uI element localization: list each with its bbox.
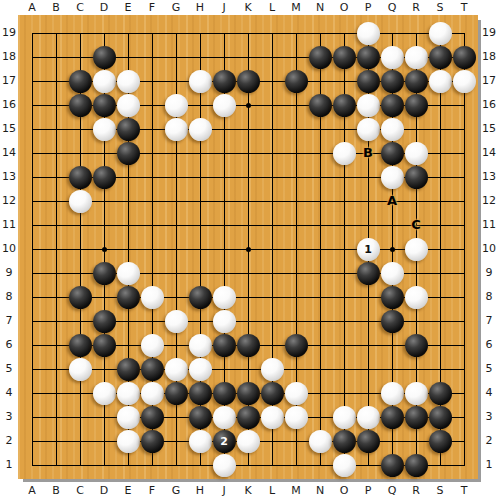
stone-white-N2[interactable] — [309, 430, 332, 453]
stone-white-Q15[interactable] — [381, 118, 404, 141]
col-label-top-M: M — [285, 2, 307, 14]
stone-black-Q3[interactable] — [381, 406, 404, 429]
stone-black-K4[interactable] — [237, 382, 260, 405]
col-label-bottom-B: B — [45, 485, 67, 497]
stone-white-Q4[interactable] — [381, 382, 404, 405]
stone-black-M6[interactable] — [285, 334, 308, 357]
stone-black-L4[interactable] — [261, 382, 284, 405]
row-label-left-15: 15 — [0, 123, 20, 135]
stone-black-J4[interactable] — [213, 382, 236, 405]
row-label-left-7: 7 — [0, 315, 20, 327]
stone-black-D9[interactable] — [93, 262, 116, 285]
stone-white-H5[interactable] — [189, 358, 212, 381]
col-label-top-N: N — [309, 2, 331, 14]
col-label-bottom-Q: Q — [381, 485, 403, 497]
stone-white-E2[interactable] — [117, 430, 140, 453]
row-label-left-13: 13 — [0, 171, 20, 183]
stone-white-S19[interactable] — [429, 22, 452, 45]
col-label-top-S: S — [429, 2, 451, 14]
col-label-bottom-M: M — [285, 485, 307, 497]
stone-white-T17[interactable] — [453, 70, 476, 93]
star-point-D10 — [102, 247, 107, 252]
stone-white-P3[interactable] — [357, 406, 380, 429]
stone-white-L5[interactable] — [261, 358, 284, 381]
row-label-right-16: 16 — [478, 99, 500, 111]
row-label-right-2: 2 — [478, 435, 500, 447]
stone-black-K6[interactable] — [237, 334, 260, 357]
col-label-top-G: G — [165, 2, 187, 14]
stone-black-F2[interactable] — [141, 430, 164, 453]
stone-white-O14[interactable] — [333, 142, 356, 165]
stone-black-C17[interactable] — [69, 70, 92, 93]
row-label-right-9: 9 — [478, 267, 500, 279]
row-label-left-5: 5 — [0, 363, 20, 375]
col-label-top-O: O — [333, 2, 355, 14]
row-label-left-3: 3 — [0, 411, 20, 423]
stone-black-D6[interactable] — [93, 334, 116, 357]
col-label-top-E: E — [117, 2, 139, 14]
stone-white-C12[interactable] — [69, 190, 92, 213]
stone-white-Q9[interactable] — [381, 262, 404, 285]
row-label-right-10: 10 — [478, 243, 500, 255]
stone-black-S2[interactable] — [429, 430, 452, 453]
stone-white-F8[interactable] — [141, 286, 164, 309]
row-label-left-14: 14 — [0, 147, 20, 159]
col-label-bottom-H: H — [189, 485, 211, 497]
stone-black-O2[interactable] — [333, 430, 356, 453]
stone-white-R4[interactable] — [405, 382, 428, 405]
stone-black-Q16[interactable] — [381, 94, 404, 117]
stone-white-Q18[interactable] — [381, 46, 404, 69]
row-label-left-19: 19 — [0, 27, 20, 39]
stone-white-E4[interactable] — [117, 382, 140, 405]
col-label-top-T: T — [453, 2, 475, 14]
stone-white-P10[interactable]: 1 — [357, 238, 380, 261]
row-label-right-6: 6 — [478, 339, 500, 351]
col-label-bottom-S: S — [429, 485, 451, 497]
row-label-right-8: 8 — [478, 291, 500, 303]
board-letter-mark-A: A — [384, 194, 400, 208]
stone-black-Q17[interactable] — [381, 70, 404, 93]
stone-black-P2[interactable] — [357, 430, 380, 453]
col-label-top-B: B — [45, 2, 67, 14]
row-label-left-16: 16 — [0, 99, 20, 111]
stone-white-R8[interactable] — [405, 286, 428, 309]
stone-black-E8[interactable] — [117, 286, 140, 309]
stone-black-R13[interactable] — [405, 166, 428, 189]
col-label-bottom-T: T — [453, 485, 475, 497]
stone-black-C6[interactable] — [69, 334, 92, 357]
stone-black-R3[interactable] — [405, 406, 428, 429]
col-label-top-J: J — [213, 2, 235, 14]
stone-white-R18[interactable] — [405, 46, 428, 69]
stone-white-S17[interactable] — [429, 70, 452, 93]
stone-black-R17[interactable] — [405, 70, 428, 93]
row-label-right-12: 12 — [478, 195, 500, 207]
stone-black-K17[interactable] — [237, 70, 260, 93]
stone-white-F6[interactable] — [141, 334, 164, 357]
stone-white-H15[interactable] — [189, 118, 212, 141]
col-label-bottom-J: J — [213, 485, 235, 497]
stone-black-Q1[interactable] — [381, 454, 404, 477]
col-label-bottom-O: O — [333, 485, 355, 497]
row-label-left-6: 6 — [0, 339, 20, 351]
col-label-bottom-F: F — [141, 485, 163, 497]
stone-white-O1[interactable] — [333, 454, 356, 477]
col-label-top-L: L — [261, 2, 283, 14]
stone-black-F5[interactable] — [141, 358, 164, 381]
row-label-right-18: 18 — [478, 51, 500, 63]
stone-black-J2[interactable]: 2 — [213, 430, 236, 453]
star-point-K16 — [246, 103, 251, 108]
stone-black-Q14[interactable] — [381, 142, 404, 165]
stone-white-M4[interactable] — [285, 382, 308, 405]
row-label-right-14: 14 — [478, 147, 500, 159]
row-label-right-3: 3 — [478, 411, 500, 423]
col-label-bottom-K: K — [237, 485, 259, 497]
stone-black-D16[interactable] — [93, 94, 116, 117]
stone-white-J3[interactable] — [213, 406, 236, 429]
stone-black-P17[interactable] — [357, 70, 380, 93]
stone-black-H3[interactable] — [189, 406, 212, 429]
row-label-right-19: 19 — [478, 27, 500, 39]
stone-black-E14[interactable] — [117, 142, 140, 165]
stone-black-O16[interactable] — [333, 94, 356, 117]
stone-white-D17[interactable] — [93, 70, 116, 93]
row-label-right-13: 13 — [478, 171, 500, 183]
stone-white-G16[interactable] — [165, 94, 188, 117]
col-label-top-F: F — [141, 2, 163, 14]
stone-white-R14[interactable] — [405, 142, 428, 165]
stone-black-E5[interactable] — [117, 358, 140, 381]
stone-white-D4[interactable] — [93, 382, 116, 405]
row-label-left-8: 8 — [0, 291, 20, 303]
star-point-K10 — [246, 247, 251, 252]
stone-black-J17[interactable] — [213, 70, 236, 93]
stone-black-D7[interactable] — [93, 310, 116, 333]
stone-white-D15[interactable] — [93, 118, 116, 141]
row-label-left-1: 1 — [0, 459, 20, 471]
col-label-bottom-G: G — [165, 485, 187, 497]
stone-white-H6[interactable] — [189, 334, 212, 357]
stone-white-E3[interactable] — [117, 406, 140, 429]
row-label-right-5: 5 — [478, 363, 500, 375]
stone-black-C8[interactable] — [69, 286, 92, 309]
stone-black-Q8[interactable] — [381, 286, 404, 309]
stone-move-number: 1 — [364, 243, 372, 256]
stone-white-E17[interactable] — [117, 70, 140, 93]
col-label-bottom-N: N — [309, 485, 331, 497]
stone-white-P15[interactable] — [357, 118, 380, 141]
stone-white-C5[interactable] — [69, 358, 92, 381]
stone-black-R16[interactable] — [405, 94, 428, 117]
stone-black-K3[interactable] — [237, 406, 260, 429]
row-label-right-4: 4 — [478, 387, 500, 399]
stone-white-Q13[interactable] — [381, 166, 404, 189]
stone-white-P16[interactable] — [357, 94, 380, 117]
stone-black-D18[interactable] — [93, 46, 116, 69]
stone-black-S4[interactable] — [429, 382, 452, 405]
stone-white-M3[interactable] — [285, 406, 308, 429]
stone-black-F3[interactable] — [141, 406, 164, 429]
stone-white-O3[interactable] — [333, 406, 356, 429]
col-label-bottom-P: P — [357, 485, 379, 497]
col-label-top-K: K — [237, 2, 259, 14]
stone-black-O18[interactable] — [333, 46, 356, 69]
stone-white-J8[interactable] — [213, 286, 236, 309]
stone-black-R1[interactable] — [405, 454, 428, 477]
stone-black-S18[interactable] — [429, 46, 452, 69]
stone-white-L3[interactable] — [261, 406, 284, 429]
stone-white-G15[interactable] — [165, 118, 188, 141]
row-label-right-7: 7 — [478, 315, 500, 327]
stone-move-number: 2 — [220, 435, 228, 448]
stone-black-D13[interactable] — [93, 166, 116, 189]
col-label-top-H: H — [189, 2, 211, 14]
col-label-top-Q: Q — [381, 2, 403, 14]
stone-white-K2[interactable] — [237, 430, 260, 453]
stone-white-G5[interactable] — [165, 358, 188, 381]
stone-black-P18[interactable] — [357, 46, 380, 69]
stone-black-C16[interactable] — [69, 94, 92, 117]
stone-white-P19[interactable] — [357, 22, 380, 45]
col-label-top-D: D — [93, 2, 115, 14]
col-label-top-A: A — [21, 2, 43, 14]
stone-black-C13[interactable] — [69, 166, 92, 189]
row-label-left-4: 4 — [0, 387, 20, 399]
row-label-left-18: 18 — [0, 51, 20, 63]
stone-black-G4[interactable] — [165, 382, 188, 405]
row-label-left-2: 2 — [0, 435, 20, 447]
star-point-Q10 — [390, 247, 395, 252]
row-label-right-11: 11 — [478, 219, 500, 231]
row-label-right-1: 1 — [478, 459, 500, 471]
col-label-bottom-L: L — [261, 485, 283, 497]
stone-white-E9[interactable] — [117, 262, 140, 285]
row-label-left-12: 12 — [0, 195, 20, 207]
stone-black-H8[interactable] — [189, 286, 212, 309]
board-letter-mark-B: B — [360, 146, 376, 160]
row-label-right-15: 15 — [478, 123, 500, 135]
stone-black-N16[interactable] — [309, 94, 332, 117]
col-label-bottom-A: A — [21, 485, 43, 497]
col-label-top-C: C — [69, 2, 91, 14]
stone-black-Q7[interactable] — [381, 310, 404, 333]
board-letter-mark-C: C — [408, 218, 424, 232]
row-label-left-11: 11 — [0, 219, 20, 231]
stone-black-H4[interactable] — [189, 382, 212, 405]
stone-black-R6[interactable] — [405, 334, 428, 357]
col-label-top-R: R — [405, 2, 427, 14]
stone-black-M17[interactable] — [285, 70, 308, 93]
stone-white-F4[interactable] — [141, 382, 164, 405]
col-label-top-P: P — [357, 2, 379, 14]
row-label-right-17: 17 — [478, 75, 500, 87]
stone-black-T18[interactable] — [453, 46, 476, 69]
stone-white-G7[interactable] — [165, 310, 188, 333]
go-diagram-screen: 12 BAC AABBCCDDEEFFGGHHJJKKLLMMNNOOPPQQR… — [0, 0, 500, 500]
stone-black-E15[interactable] — [117, 118, 140, 141]
col-label-bottom-R: R — [405, 485, 427, 497]
stone-white-J7[interactable] — [213, 310, 236, 333]
stone-black-N18[interactable] — [309, 46, 332, 69]
stone-white-J16[interactable] — [213, 94, 236, 117]
stone-white-J1[interactable] — [213, 454, 236, 477]
row-label-left-17: 17 — [0, 75, 20, 87]
col-label-bottom-E: E — [117, 485, 139, 497]
row-label-left-9: 9 — [0, 267, 20, 279]
stone-black-J6[interactable] — [213, 334, 236, 357]
col-label-bottom-C: C — [69, 485, 91, 497]
row-label-left-10: 10 — [0, 243, 20, 255]
stone-white-R10[interactable] — [405, 238, 428, 261]
stone-black-P9[interactable] — [357, 262, 380, 285]
stone-white-H2[interactable] — [189, 430, 212, 453]
col-label-bottom-D: D — [93, 485, 115, 497]
stone-black-S3[interactable] — [429, 406, 452, 429]
stone-white-E16[interactable] — [117, 94, 140, 117]
stone-white-H17[interactable] — [189, 70, 212, 93]
